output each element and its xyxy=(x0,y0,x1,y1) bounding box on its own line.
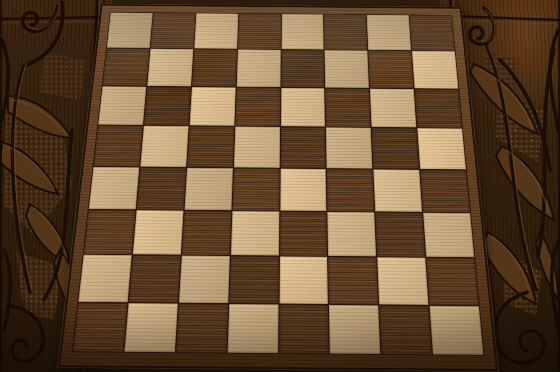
square-f7[interactable] xyxy=(325,50,369,87)
square-d2[interactable] xyxy=(229,256,279,303)
square-e2[interactable] xyxy=(279,257,328,304)
square-h8[interactable] xyxy=(410,15,455,51)
square-e6[interactable] xyxy=(281,88,326,127)
square-b2[interactable] xyxy=(129,255,181,302)
board-frame xyxy=(58,4,498,371)
square-b5[interactable] xyxy=(140,126,188,167)
square-h4[interactable] xyxy=(420,169,470,212)
square-a7[interactable] xyxy=(103,49,150,86)
square-e7[interactable] xyxy=(281,50,325,87)
square-c6[interactable] xyxy=(189,87,235,126)
square-g3[interactable] xyxy=(375,212,425,257)
square-h2[interactable] xyxy=(426,258,478,305)
square-d1[interactable] xyxy=(227,304,278,353)
square-c3[interactable] xyxy=(182,210,232,255)
square-c5[interactable] xyxy=(187,126,234,167)
square-g1[interactable] xyxy=(379,305,432,355)
square-a6[interactable] xyxy=(98,86,146,125)
square-d5[interactable] xyxy=(234,127,280,168)
square-d7[interactable] xyxy=(236,50,280,87)
square-e1[interactable] xyxy=(279,304,329,353)
square-e5[interactable] xyxy=(280,127,326,168)
square-g6[interactable] xyxy=(370,88,416,127)
square-g7[interactable] xyxy=(368,51,413,88)
square-g4[interactable] xyxy=(374,169,423,212)
square-h3[interactable] xyxy=(423,213,474,258)
square-e3[interactable] xyxy=(279,211,327,256)
square-d6[interactable] xyxy=(235,87,280,126)
square-a4[interactable] xyxy=(89,167,140,210)
square-f5[interactable] xyxy=(326,127,372,168)
square-h5[interactable] xyxy=(417,128,466,169)
square-f8[interactable] xyxy=(324,14,367,50)
square-f3[interactable] xyxy=(328,212,377,257)
square-a1[interactable] xyxy=(73,302,128,351)
square-d8[interactable] xyxy=(238,14,281,50)
chessboard-photo xyxy=(0,0,560,372)
square-b6[interactable] xyxy=(144,87,191,126)
square-a3[interactable] xyxy=(84,210,136,255)
square-g2[interactable] xyxy=(377,257,428,304)
square-c2[interactable] xyxy=(179,256,230,303)
square-c7[interactable] xyxy=(192,49,237,86)
chess-board xyxy=(72,12,485,356)
square-b8[interactable] xyxy=(150,13,195,49)
square-h6[interactable] xyxy=(415,89,462,128)
square-b1[interactable] xyxy=(124,303,177,352)
square-g5[interactable] xyxy=(372,128,420,169)
square-f2[interactable] xyxy=(328,257,378,304)
square-e4[interactable] xyxy=(280,168,327,211)
board-scene xyxy=(58,0,502,371)
square-b7[interactable] xyxy=(147,49,193,86)
square-a5[interactable] xyxy=(94,125,143,166)
square-c4[interactable] xyxy=(184,167,232,210)
square-b3[interactable] xyxy=(133,210,184,255)
square-h7[interactable] xyxy=(412,51,458,88)
square-h1[interactable] xyxy=(430,305,484,355)
square-d4[interactable] xyxy=(232,168,279,211)
square-c8[interactable] xyxy=(194,13,238,49)
square-f6[interactable] xyxy=(325,88,370,127)
square-a2[interactable] xyxy=(78,255,131,302)
square-f4[interactable] xyxy=(327,169,375,212)
square-b4[interactable] xyxy=(137,167,186,210)
square-a8[interactable] xyxy=(107,13,153,49)
square-f1[interactable] xyxy=(329,305,380,355)
square-c1[interactable] xyxy=(176,303,228,352)
square-e8[interactable] xyxy=(281,14,324,50)
square-g8[interactable] xyxy=(367,15,411,51)
square-d3[interactable] xyxy=(231,211,279,256)
